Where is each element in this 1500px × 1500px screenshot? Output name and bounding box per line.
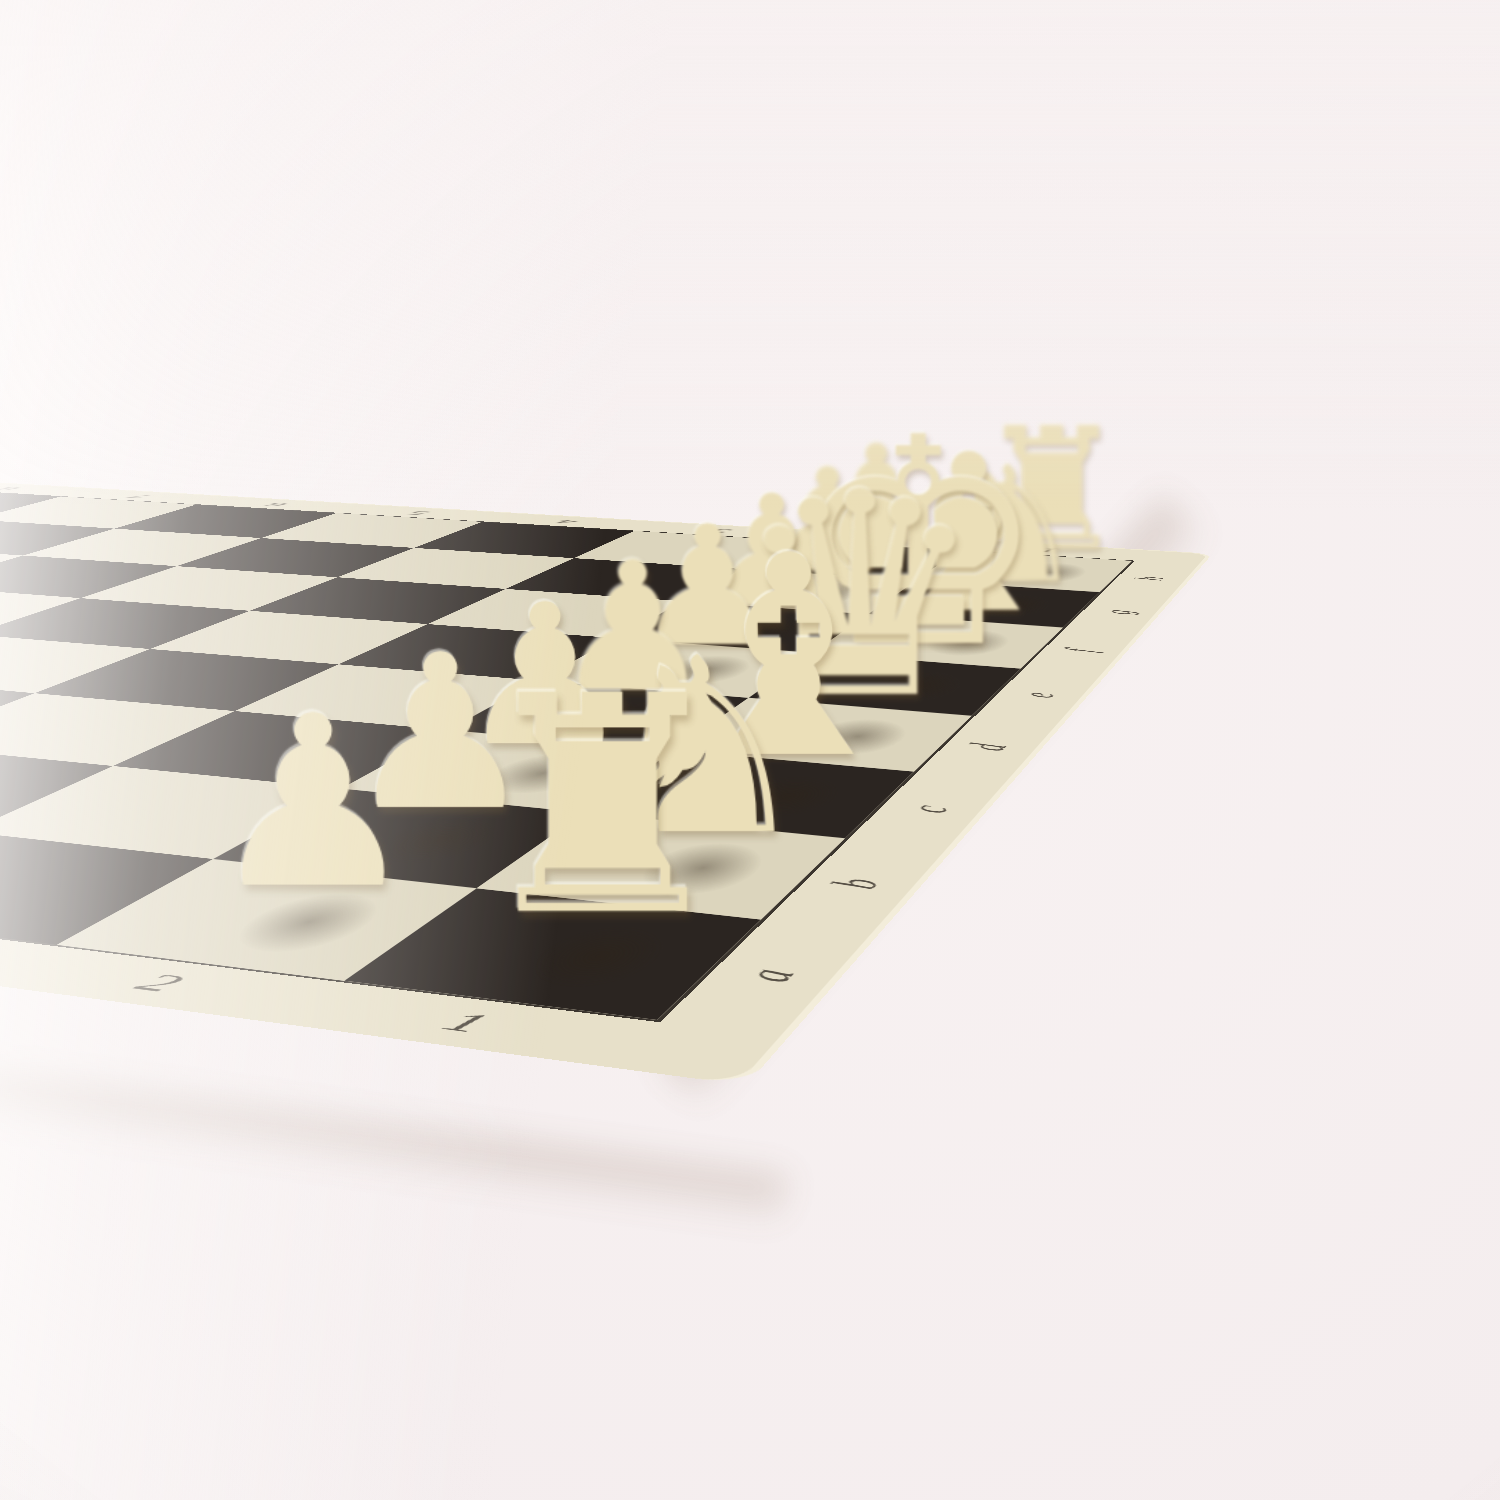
rank-label-5-far: 5 — [356, 500, 478, 527]
piece-white-pawn-a2: ♟ — [206, 688, 418, 920]
rank-label-6-far: 6 — [212, 492, 338, 518]
square-e5 — [0, 598, 250, 649]
rank-label-7-far: 7 — [74, 484, 204, 509]
square-e6 — [0, 586, 80, 634]
square-f5 — [80, 566, 337, 611]
photo-scene: abcdefgh abcdefgh 87654321 87654321 ♟♟♟♟… — [0, 0, 1500, 1500]
square-g5 — [176, 538, 414, 577]
perspective-scene: abcdefgh abcdefgh 87654321 87654321 ♟♟♟♟… — [0, 0, 1500, 1500]
square-h7 — [0, 496, 196, 528]
square-g7 — [0, 520, 114, 556]
square-h8 — [0, 489, 61, 520]
file-label-g: g — [1061, 592, 1170, 633]
square-f6 — [0, 556, 176, 598]
rank-label-8-far: 8 — [0, 477, 74, 501]
square-g6 — [22, 529, 260, 567]
chessboard-mat: abcdefgh abcdefgh 87654321 87654321 ♟♟♟♟… — [0, 478, 1213, 1086]
square-h6 — [114, 505, 336, 538]
file-label-h: h — [1097, 561, 1198, 597]
square-d5 — [0, 634, 150, 693]
square-h5 — [261, 513, 482, 548]
square-f7 — [0, 545, 22, 586]
piece-white-rook-a1: ♜ — [467, 660, 736, 954]
